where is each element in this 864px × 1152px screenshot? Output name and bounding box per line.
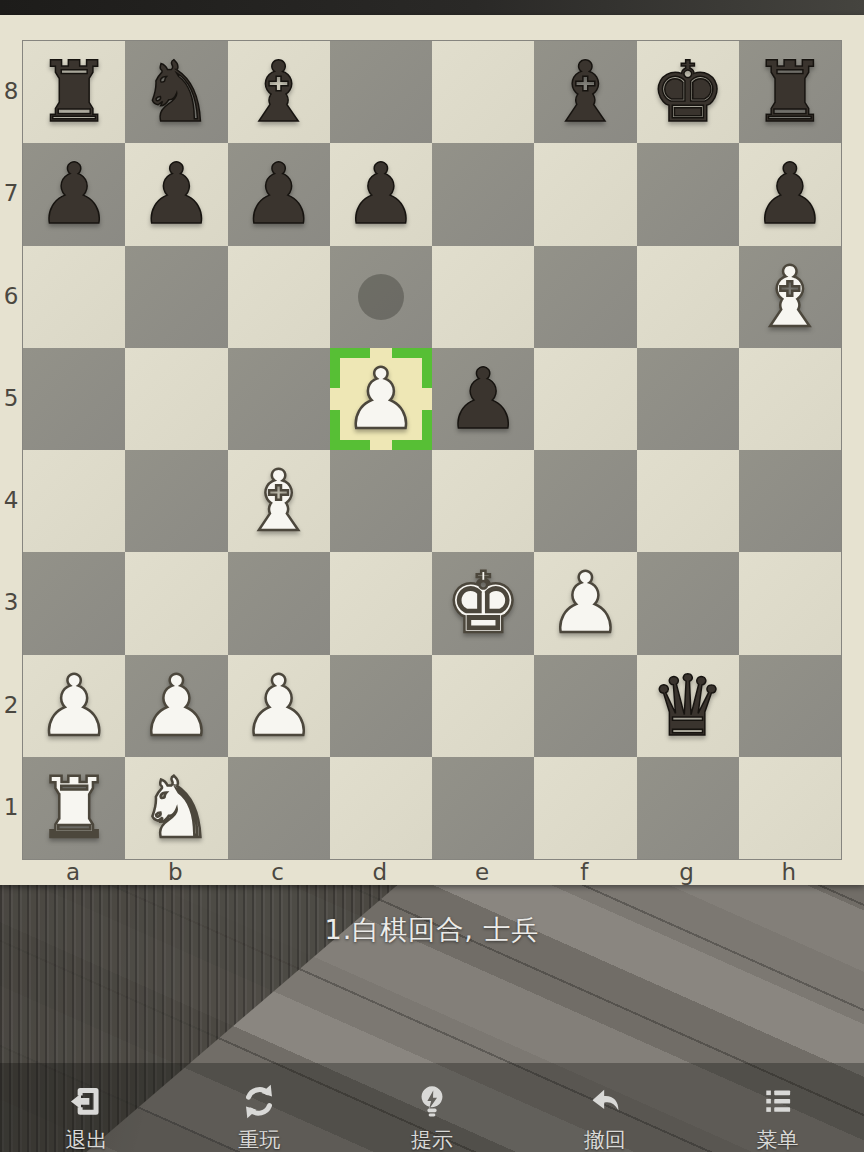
square-c5[interactable]	[228, 348, 330, 450]
white-bishop-h6[interactable]: ♝	[752, 255, 827, 339]
chess-app-screen: 87654321 ♜♞♝♝♚♜♟♟♟♟♟♝♟♟♝♚♟♟♟♟♛♜♞ abcdefg…	[0, 0, 864, 1152]
bottom-toolbar: 退出 重玩 提示 撤回	[0, 1063, 864, 1152]
black-bishop-c8[interactable]: ♝	[241, 50, 316, 134]
square-b8[interactable]: ♞	[125, 41, 227, 143]
square-a1[interactable]: ♜	[23, 757, 125, 859]
square-b3[interactable]	[125, 552, 227, 654]
white-knight-b1[interactable]: ♞	[139, 766, 214, 850]
black-knight-b8[interactable]: ♞	[139, 50, 214, 134]
menu-label: 菜单	[757, 1127, 799, 1152]
rank-label-5: 5	[0, 347, 22, 449]
square-c8[interactable]: ♝	[228, 41, 330, 143]
black-pawn-e5[interactable]: ♟	[445, 357, 520, 441]
hint-label: 提示	[411, 1127, 453, 1152]
menu-icon	[755, 1083, 801, 1120]
black-rook-h8[interactable]: ♜	[752, 50, 827, 134]
square-c3[interactable]	[228, 552, 330, 654]
square-e5[interactable]: ♟	[432, 348, 534, 450]
file-label-h: h	[738, 858, 840, 885]
file-label-d: d	[329, 858, 431, 885]
square-d8[interactable]	[330, 41, 432, 143]
square-a3[interactable]	[23, 552, 125, 654]
undo-label: 撤回	[584, 1127, 626, 1152]
square-b4[interactable]	[125, 450, 227, 552]
square-f4[interactable]	[534, 450, 636, 552]
black-pawn-b7[interactable]: ♟	[139, 152, 214, 236]
square-h7[interactable]: ♟	[739, 143, 841, 245]
file-label-g: g	[636, 858, 738, 885]
undo-button[interactable]: 撤回	[518, 1063, 691, 1152]
square-g3[interactable]	[637, 552, 739, 654]
file-label-a: a	[22, 858, 124, 885]
white-pawn-c2[interactable]: ♟	[241, 664, 316, 748]
rank-label-1: 1	[0, 756, 22, 858]
menu-button[interactable]: 菜单	[691, 1063, 864, 1152]
replay-label: 重玩	[238, 1127, 280, 1152]
rank-label-8: 8	[0, 40, 22, 142]
file-label-e: e	[431, 858, 533, 885]
rank-label-2: 2	[0, 654, 22, 756]
square-e1[interactable]	[432, 757, 534, 859]
file-labels: abcdefgh	[22, 858, 840, 885]
square-c4[interactable]: ♝	[228, 450, 330, 552]
square-h1[interactable]	[739, 757, 841, 859]
rank-label-3: 3	[0, 551, 22, 653]
legal-move-dot-d6[interactable]	[358, 274, 404, 320]
rank-labels: 87654321	[0, 40, 22, 858]
square-a2[interactable]: ♟	[23, 655, 125, 757]
black-pawn-a7[interactable]: ♟	[36, 152, 111, 236]
square-d5[interactable]: ♟	[330, 348, 432, 450]
top-strip	[0, 0, 864, 15]
square-e6[interactable]	[432, 246, 534, 348]
rank-label-6: 6	[0, 245, 22, 347]
black-bishop-f8[interactable]: ♝	[548, 50, 623, 134]
square-a4[interactable]	[23, 450, 125, 552]
square-g2[interactable]: ♛	[637, 655, 739, 757]
exit-label: 退出	[65, 1127, 107, 1152]
white-pawn-a2[interactable]: ♟	[36, 664, 111, 748]
exit-button[interactable]: 退出	[0, 1063, 173, 1152]
square-b6[interactable]	[125, 246, 227, 348]
square-f7[interactable]	[534, 143, 636, 245]
square-h8[interactable]: ♜	[739, 41, 841, 143]
replay-button[interactable]: 重玩	[173, 1063, 346, 1152]
square-f5[interactable]	[534, 348, 636, 450]
rank-label-4: 4	[0, 449, 22, 551]
square-e7[interactable]	[432, 143, 534, 245]
file-label-c: c	[227, 858, 329, 885]
white-rook-a1[interactable]: ♜	[36, 766, 111, 850]
square-g1[interactable]	[637, 757, 739, 859]
square-f1[interactable]	[534, 757, 636, 859]
square-g7[interactable]	[637, 143, 739, 245]
square-a5[interactable]	[23, 348, 125, 450]
square-c1[interactable]	[228, 757, 330, 859]
replay-icon	[236, 1083, 282, 1120]
hint-button[interactable]: 提示	[346, 1063, 519, 1152]
square-f8[interactable]: ♝	[534, 41, 636, 143]
square-g5[interactable]	[637, 348, 739, 450]
chess-board: 87654321 ♜♞♝♝♚♜♟♟♟♟♟♝♟♟♝♚♟♟♟♟♛♜♞ abcdefg…	[0, 15, 864, 885]
rank-label-7: 7	[0, 142, 22, 244]
square-g8[interactable]: ♚	[637, 41, 739, 143]
square-b2[interactable]: ♟	[125, 655, 227, 757]
undo-icon	[582, 1083, 628, 1120]
exit-icon	[63, 1083, 109, 1120]
square-f6[interactable]	[534, 246, 636, 348]
square-g6[interactable]	[637, 246, 739, 348]
square-b1[interactable]: ♞	[125, 757, 227, 859]
board-grid: ♜♞♝♝♚♜♟♟♟♟♟♝♟♟♝♚♟♟♟♟♛♜♞	[22, 40, 842, 860]
square-h4[interactable]	[739, 450, 841, 552]
square-d4[interactable]	[330, 450, 432, 552]
black-pawn-c7[interactable]: ♟	[241, 152, 316, 236]
white-pawn-b2[interactable]: ♟	[139, 664, 214, 748]
square-b7[interactable]: ♟	[125, 143, 227, 245]
black-rook-a8[interactable]: ♜	[36, 50, 111, 134]
square-c2[interactable]: ♟	[228, 655, 330, 757]
square-a6[interactable]	[23, 246, 125, 348]
square-e4[interactable]	[432, 450, 534, 552]
file-label-b: b	[124, 858, 226, 885]
square-d6[interactable]	[330, 246, 432, 348]
square-b5[interactable]	[125, 348, 227, 450]
square-h3[interactable]	[739, 552, 841, 654]
square-a8[interactable]: ♜	[23, 41, 125, 143]
square-d3[interactable]	[330, 552, 432, 654]
square-g4[interactable]	[637, 450, 739, 552]
square-h5[interactable]	[739, 348, 841, 450]
square-f2[interactable]	[534, 655, 636, 757]
square-e8[interactable]	[432, 41, 534, 143]
turn-status-text: 1.白棋回合, 士兵	[0, 912, 864, 948]
hint-icon	[409, 1083, 455, 1120]
square-d7[interactable]: ♟	[330, 143, 432, 245]
square-e2[interactable]	[432, 655, 534, 757]
square-h6[interactable]: ♝	[739, 246, 841, 348]
square-h2[interactable]	[739, 655, 841, 757]
white-bishop-c4[interactable]: ♝	[241, 459, 316, 543]
white-pawn-d5[interactable]: ♟	[343, 357, 418, 441]
square-a7[interactable]: ♟	[23, 143, 125, 245]
black-pawn-d7[interactable]: ♟	[343, 152, 418, 236]
square-d1[interactable]	[330, 757, 432, 859]
square-c7[interactable]: ♟	[228, 143, 330, 245]
white-pawn-f3[interactable]: ♟	[548, 561, 623, 645]
file-label-f: f	[533, 858, 635, 885]
square-c6[interactable]	[228, 246, 330, 348]
black-pawn-h7[interactable]: ♟	[752, 152, 827, 236]
square-e3[interactable]: ♚	[432, 552, 534, 654]
white-king-e3[interactable]: ♚	[445, 561, 520, 645]
square-d2[interactable]	[330, 655, 432, 757]
square-f3[interactable]: ♟	[534, 552, 636, 654]
black-queen-g2[interactable]: ♛	[650, 664, 725, 748]
black-king-g8[interactable]: ♚	[650, 50, 725, 134]
